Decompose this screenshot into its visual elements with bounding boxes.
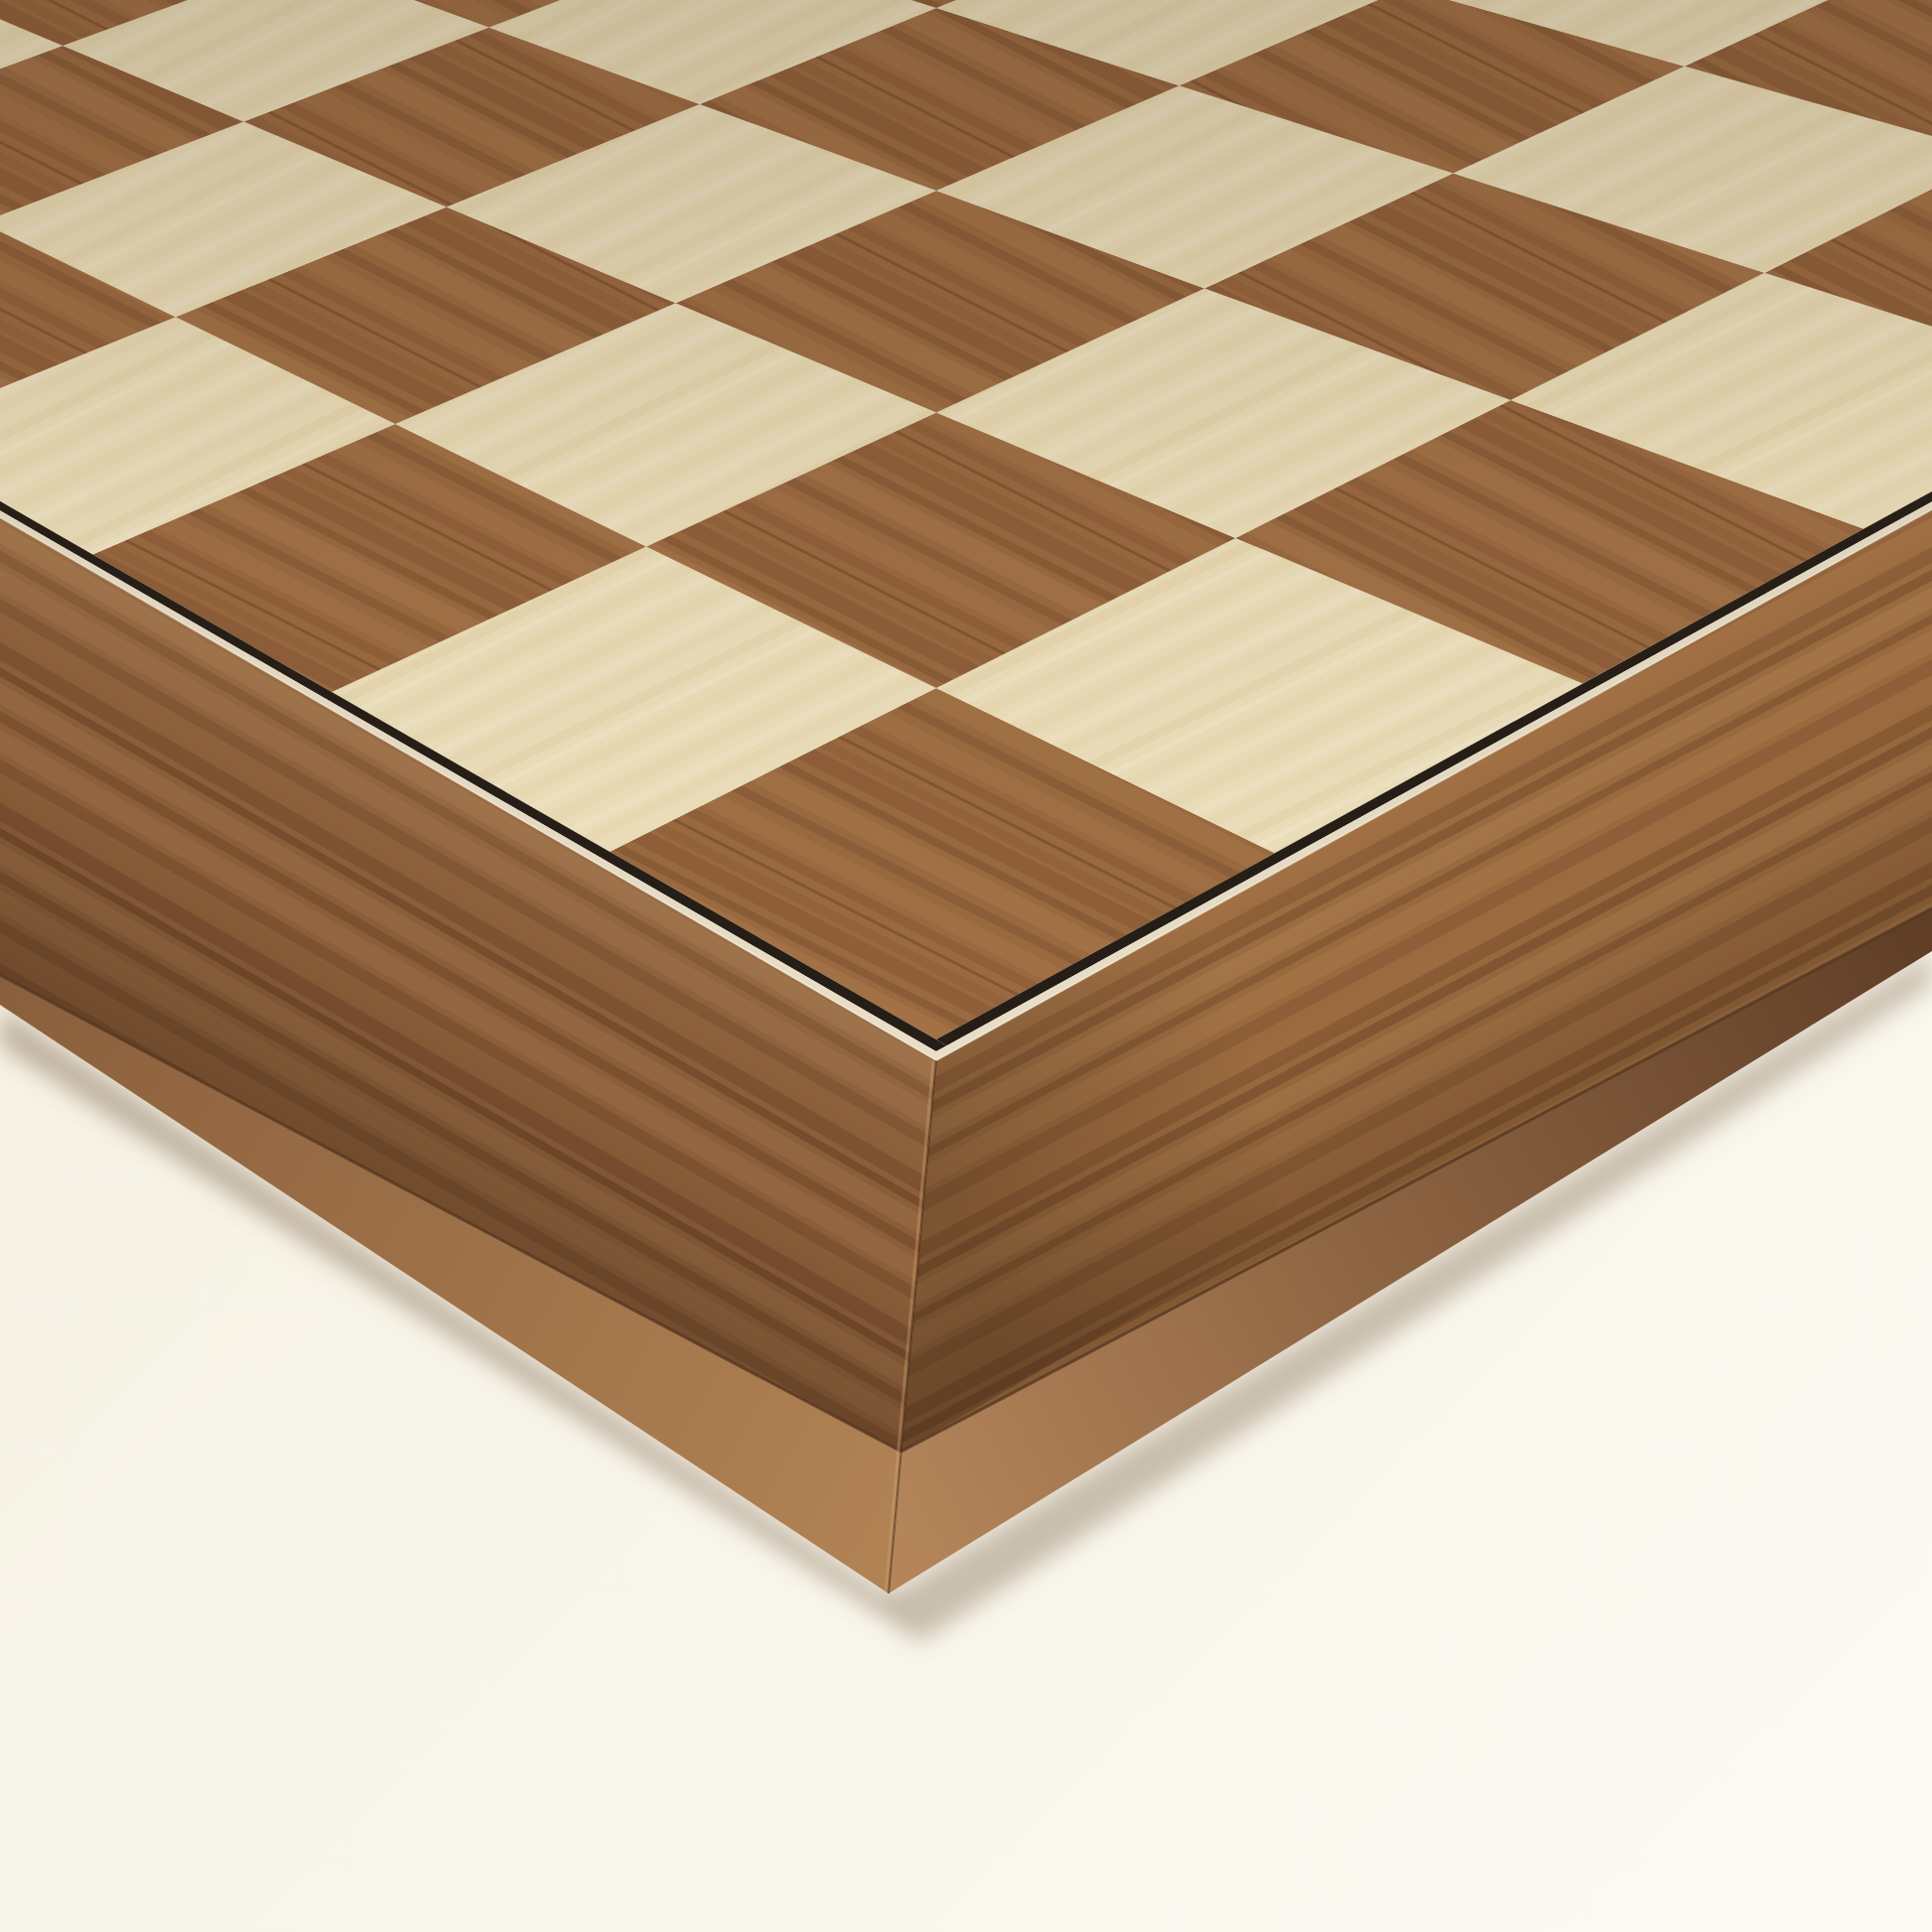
chessboard-photo bbox=[0, 0, 1932, 1932]
chessboard-product-photo bbox=[0, 0, 1932, 1932]
